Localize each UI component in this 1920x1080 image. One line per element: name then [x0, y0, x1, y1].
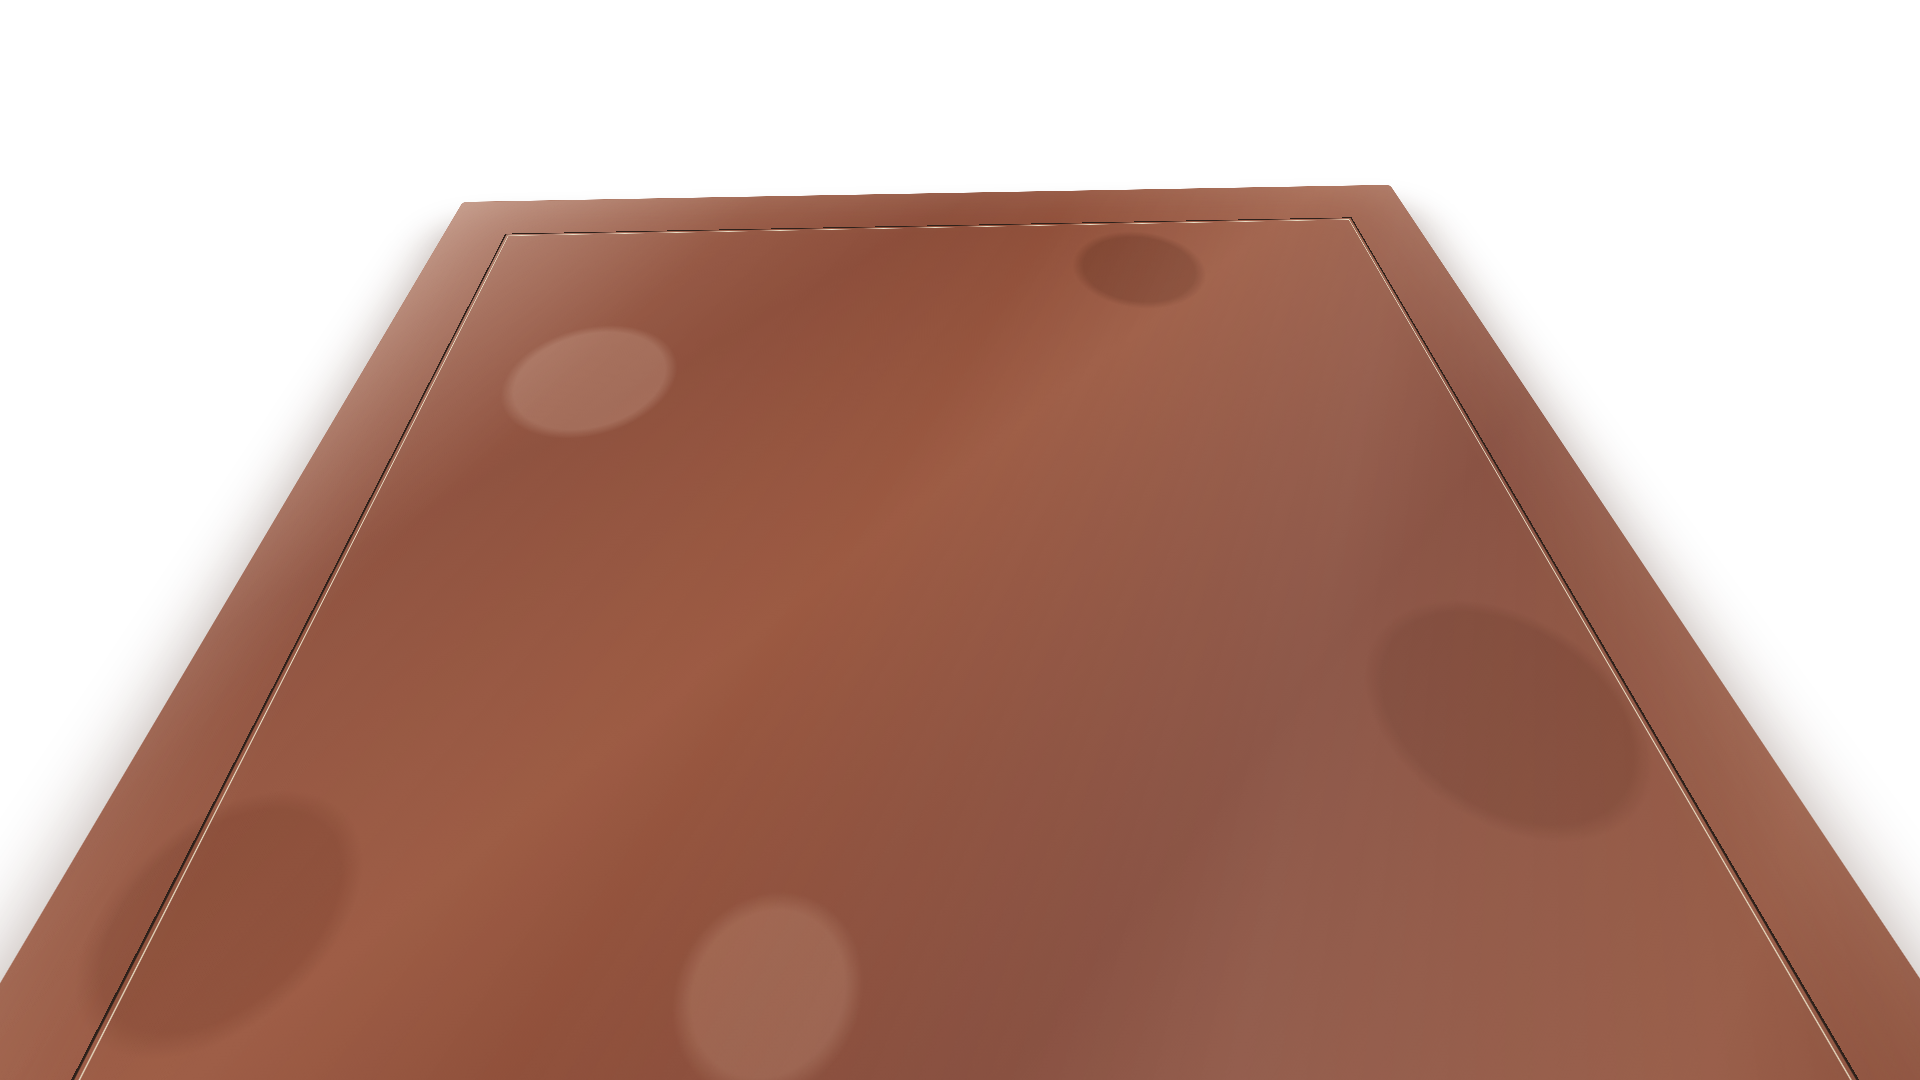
- board-grid: [0, 222, 1920, 1080]
- chess-board: [0, 185, 1920, 1080]
- pinstripe-border: [0, 217, 1920, 1080]
- burl-wood-frame: [0, 185, 1920, 1080]
- product-photo-scene: [0, 0, 1920, 1080]
